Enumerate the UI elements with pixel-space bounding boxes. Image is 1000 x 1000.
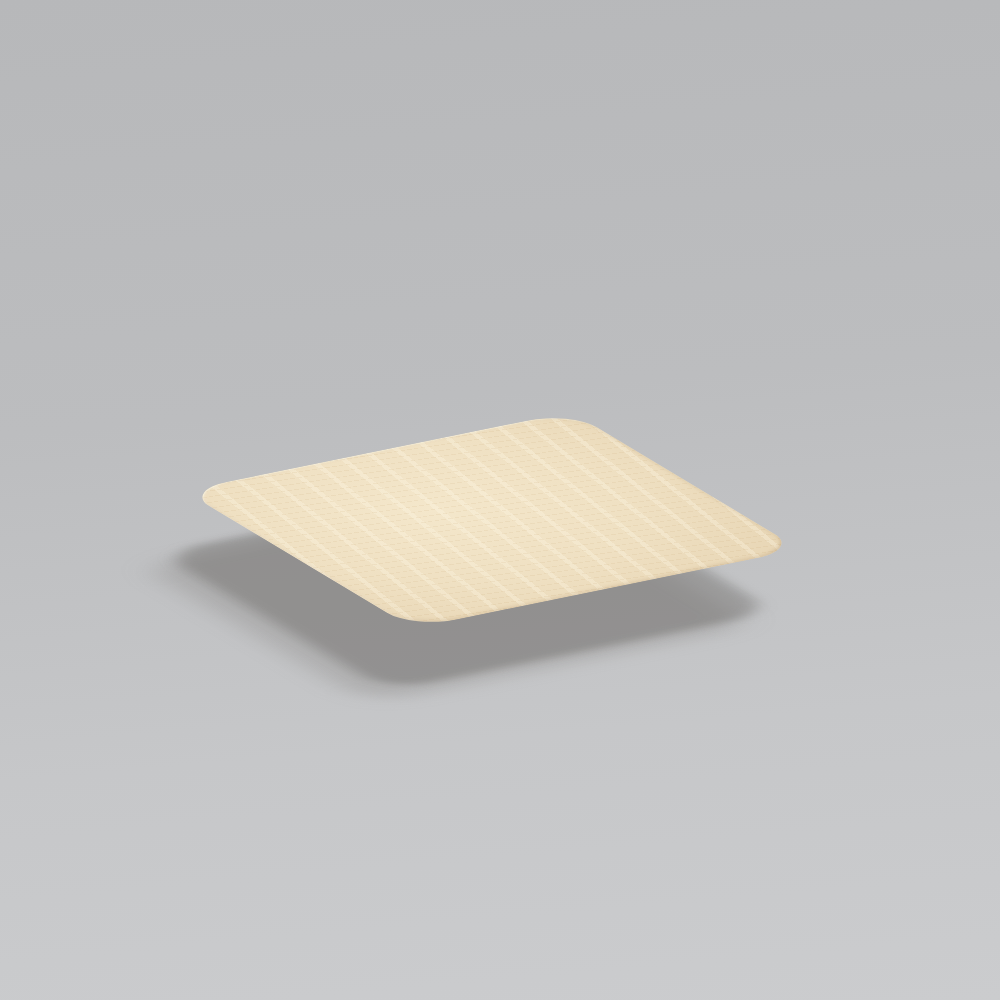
geoboard-scene <box>0 0 1000 1000</box>
